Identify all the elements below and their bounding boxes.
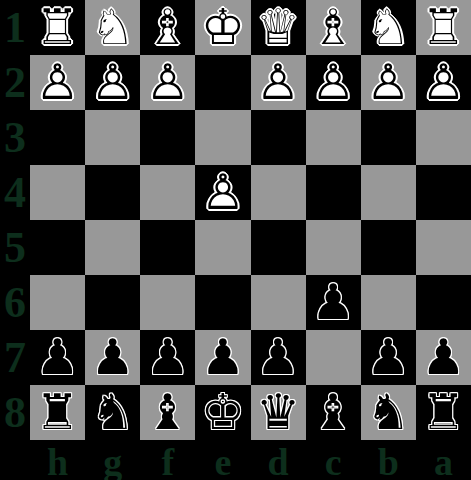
piece-outline-glyph: ♙ — [195, 165, 250, 220]
white-queen[interactable]: ♛♕ — [251, 0, 306, 55]
piece-outline-glyph: ♘ — [85, 0, 140, 55]
square-h4[interactable] — [30, 165, 85, 220]
black-bishop[interactable]: ♝ — [140, 385, 195, 440]
black-queen[interactable]: ♛ — [251, 385, 306, 440]
square-a5[interactable] — [416, 220, 471, 275]
square-c7[interactable] — [306, 330, 361, 385]
black-pawn[interactable]: ♟ — [30, 330, 85, 385]
chess-board: ♜♖♞♘♝♗♚♔♛♕♝♗♞♘♜♖♟♙♟♙♟♙♟♙♟♙♟♙♟♙♟♙♟♟♟♟♟♟♟♟… — [30, 0, 471, 440]
black-pawn[interactable]: ♟ — [306, 275, 361, 330]
rank-labels: 12345678 — [0, 0, 30, 440]
square-c5[interactable] — [306, 220, 361, 275]
file-label-d: d — [251, 440, 306, 480]
square-f2[interactable]: ♟♙ — [140, 55, 195, 110]
square-h3[interactable] — [30, 110, 85, 165]
square-a1[interactable]: ♜♖ — [416, 0, 471, 55]
piece-outline-glyph: ♙ — [85, 55, 140, 110]
square-f5[interactable] — [140, 220, 195, 275]
square-f6[interactable] — [140, 275, 195, 330]
square-f8[interactable]: ♝ — [140, 385, 195, 440]
square-d2[interactable]: ♟♙ — [251, 55, 306, 110]
white-pawn[interactable]: ♟♙ — [30, 55, 85, 110]
piece-outline-glyph: ♙ — [30, 55, 85, 110]
square-h6[interactable] — [30, 275, 85, 330]
black-bishop[interactable]: ♝ — [306, 385, 361, 440]
piece-glyph: ♟ — [416, 330, 471, 385]
square-e2[interactable] — [195, 55, 250, 110]
square-c3[interactable] — [306, 110, 361, 165]
square-g7[interactable]: ♟ — [85, 330, 140, 385]
file-label-h: h — [30, 440, 85, 480]
square-c1[interactable]: ♝♗ — [306, 0, 361, 55]
file-label-f: f — [140, 440, 195, 480]
square-h2[interactable]: ♟♙ — [30, 55, 85, 110]
white-knight[interactable]: ♞♘ — [361, 0, 416, 55]
rank-label-5: 5 — [0, 220, 30, 275]
piece-outline-glyph: ♙ — [416, 55, 471, 110]
square-f7[interactable]: ♟ — [140, 330, 195, 385]
piece-glyph: ♟ — [195, 330, 250, 385]
piece-glyph: ♟ — [140, 330, 195, 385]
piece-glyph: ♝ — [140, 385, 195, 440]
piece-outline-glyph: ♖ — [416, 0, 471, 55]
white-pawn[interactable]: ♟♙ — [361, 55, 416, 110]
white-pawn[interactable]: ♟♙ — [85, 55, 140, 110]
square-g4[interactable] — [85, 165, 140, 220]
square-d8[interactable]: ♛ — [251, 385, 306, 440]
piece-glyph: ♟ — [85, 330, 140, 385]
black-pawn[interactable]: ♟ — [85, 330, 140, 385]
square-a6[interactable] — [416, 275, 471, 330]
square-e7[interactable]: ♟ — [195, 330, 250, 385]
piece-outline-glyph: ♙ — [306, 55, 361, 110]
square-a7[interactable]: ♟ — [416, 330, 471, 385]
square-a8[interactable]: ♜ — [416, 385, 471, 440]
black-king[interactable]: ♚ — [195, 385, 250, 440]
black-knight[interactable]: ♞ — [361, 385, 416, 440]
black-pawn[interactable]: ♟ — [195, 330, 250, 385]
piece-glyph: ♟ — [306, 275, 361, 330]
file-label-e: e — [195, 440, 250, 480]
square-e4[interactable]: ♟♙ — [195, 165, 250, 220]
rank-label-4: 4 — [0, 165, 30, 220]
rank-label-8: 8 — [0, 385, 30, 440]
square-e5[interactable] — [195, 220, 250, 275]
square-g8[interactable]: ♞ — [85, 385, 140, 440]
piece-glyph: ♚ — [195, 385, 250, 440]
square-e1[interactable]: ♚♔ — [195, 0, 250, 55]
piece-outline-glyph: ♖ — [30, 0, 85, 55]
square-c4[interactable] — [306, 165, 361, 220]
piece-glyph: ♜ — [416, 385, 471, 440]
square-b7[interactable]: ♟ — [361, 330, 416, 385]
square-h7[interactable]: ♟ — [30, 330, 85, 385]
white-rook[interactable]: ♜♖ — [416, 0, 471, 55]
rank-label-1: 1 — [0, 0, 30, 55]
white-pawn[interactable]: ♟♙ — [195, 165, 250, 220]
square-e8[interactable]: ♚ — [195, 385, 250, 440]
white-rook[interactable]: ♜♖ — [30, 0, 85, 55]
file-label-b: b — [361, 440, 416, 480]
square-e6[interactable] — [195, 275, 250, 330]
white-pawn[interactable]: ♟♙ — [140, 55, 195, 110]
rank-label-3: 3 — [0, 110, 30, 165]
square-f1[interactable]: ♝♗ — [140, 0, 195, 55]
square-f4[interactable] — [140, 165, 195, 220]
white-pawn[interactable]: ♟♙ — [306, 55, 361, 110]
piece-outline-glyph: ♘ — [361, 0, 416, 55]
file-label-c: c — [306, 440, 361, 480]
rank-label-6: 6 — [0, 275, 30, 330]
black-pawn[interactable]: ♟ — [251, 330, 306, 385]
piece-outline-glyph: ♙ — [140, 55, 195, 110]
square-e3[interactable] — [195, 110, 250, 165]
white-king[interactable]: ♚♔ — [195, 0, 250, 55]
file-labels: hgfedcba — [30, 440, 471, 480]
piece-outline-glyph: ♗ — [140, 0, 195, 55]
square-b2[interactable]: ♟♙ — [361, 55, 416, 110]
square-a4[interactable] — [416, 165, 471, 220]
square-a2[interactable]: ♟♙ — [416, 55, 471, 110]
square-b6[interactable] — [361, 275, 416, 330]
square-g3[interactable] — [85, 110, 140, 165]
square-h1[interactable]: ♜♖ — [30, 0, 85, 55]
black-pawn[interactable]: ♟ — [416, 330, 471, 385]
file-label-a: a — [416, 440, 471, 480]
piece-outline-glyph: ♔ — [195, 0, 250, 55]
square-g2[interactable]: ♟♙ — [85, 55, 140, 110]
square-h5[interactable] — [30, 220, 85, 275]
square-g5[interactable] — [85, 220, 140, 275]
piece-glyph: ♟ — [361, 330, 416, 385]
piece-outline-glyph: ♙ — [361, 55, 416, 110]
square-h8[interactable]: ♜ — [30, 385, 85, 440]
square-c6[interactable]: ♟ — [306, 275, 361, 330]
square-a3[interactable] — [416, 110, 471, 165]
piece-glyph: ♜ — [30, 385, 85, 440]
chess-app: 12345678 ♜♖♞♘♝♗♚♔♛♕♝♗♞♘♜♖♟♙♟♙♟♙♟♙♟♙♟♙♟♙♟… — [0, 0, 471, 480]
square-d3[interactable] — [251, 110, 306, 165]
piece-glyph: ♛ — [251, 385, 306, 440]
square-b1[interactable]: ♞♘ — [361, 0, 416, 55]
white-pawn[interactable]: ♟♙ — [416, 55, 471, 110]
black-rook[interactable]: ♜ — [416, 385, 471, 440]
black-rook[interactable]: ♜ — [30, 385, 85, 440]
square-b3[interactable] — [361, 110, 416, 165]
square-c2[interactable]: ♟♙ — [306, 55, 361, 110]
square-g1[interactable]: ♞♘ — [85, 0, 140, 55]
square-b4[interactable] — [361, 165, 416, 220]
square-f3[interactable] — [140, 110, 195, 165]
piece-glyph: ♟ — [30, 330, 85, 385]
piece-glyph: ♞ — [361, 385, 416, 440]
square-b5[interactable] — [361, 220, 416, 275]
white-knight[interactable]: ♞♘ — [85, 0, 140, 55]
square-g6[interactable] — [85, 275, 140, 330]
square-d5[interactable] — [251, 220, 306, 275]
piece-outline-glyph: ♗ — [306, 0, 361, 55]
rank-label-2: 2 — [0, 55, 30, 110]
square-d6[interactable] — [251, 275, 306, 330]
piece-glyph: ♟ — [251, 330, 306, 385]
piece-outline-glyph: ♕ — [251, 0, 306, 55]
white-bishop[interactable]: ♝♗ — [140, 0, 195, 55]
piece-glyph: ♝ — [306, 385, 361, 440]
black-pawn[interactable]: ♟ — [140, 330, 195, 385]
square-b8[interactable]: ♞ — [361, 385, 416, 440]
black-pawn[interactable]: ♟ — [361, 330, 416, 385]
white-bishop[interactable]: ♝♗ — [306, 0, 361, 55]
black-knight[interactable]: ♞ — [85, 385, 140, 440]
piece-outline-glyph: ♙ — [251, 55, 306, 110]
square-d7[interactable]: ♟ — [251, 330, 306, 385]
file-label-g: g — [85, 440, 140, 480]
piece-glyph: ♞ — [85, 385, 140, 440]
square-d4[interactable] — [251, 165, 306, 220]
white-pawn[interactable]: ♟♙ — [251, 55, 306, 110]
square-c8[interactable]: ♝ — [306, 385, 361, 440]
rank-label-7: 7 — [0, 330, 30, 385]
square-d1[interactable]: ♛♕ — [251, 0, 306, 55]
